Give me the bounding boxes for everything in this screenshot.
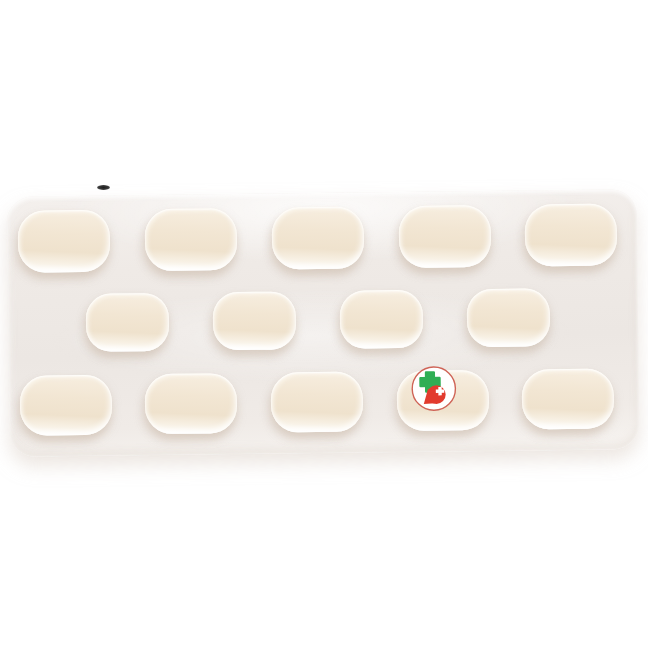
- pharmacy-logo-watermark: [411, 365, 458, 412]
- tablet-blister-middle-row-3: [339, 290, 423, 349]
- tablet-blister-bottom-row-3: [271, 372, 364, 433]
- tablet-blister-bottom-row-1: [20, 375, 113, 436]
- tablet-blister-top-row-1: [18, 210, 111, 273]
- blister-pack: [6, 189, 639, 457]
- photo-background: [0, 0, 648, 648]
- tablet-blister-top-row-2: [145, 208, 238, 271]
- tablet-blister-bottom-row-5: [522, 368, 615, 429]
- dust-speck: [97, 185, 110, 190]
- tablet-blister-middle-row-1: [85, 293, 169, 352]
- tablet-blister-top-row-3: [272, 206, 365, 269]
- tablet-blister-middle-row-2: [212, 291, 296, 350]
- tablet-blister-bottom-row-2: [145, 373, 238, 434]
- tablet-blister-top-row-5: [525, 203, 618, 266]
- tablet-blister-top-row-4: [399, 205, 492, 268]
- tablet-blister-middle-row-4: [466, 288, 550, 347]
